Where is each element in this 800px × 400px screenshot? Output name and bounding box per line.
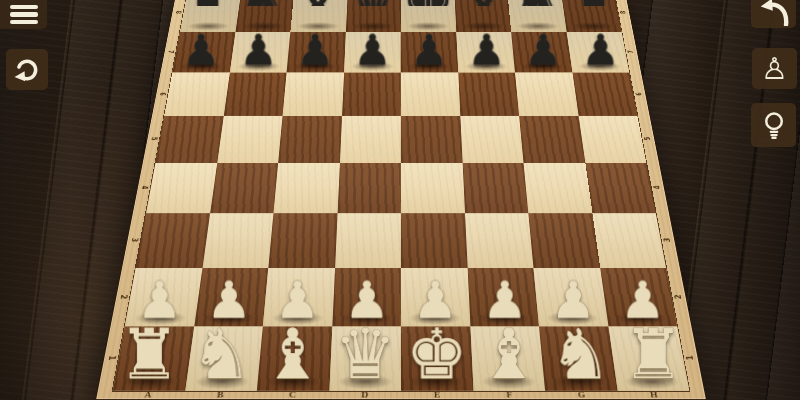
hint-button[interactable] [751,103,796,147]
piece-black-pawn[interactable]: ♟ [524,30,562,70]
piece-white-king[interactable]: ♚ [406,322,468,388]
redo-button[interactable] [751,0,796,28]
square-c7[interactable]: ♟ [287,32,346,73]
white-pawn-icon: ♙ [761,54,788,84]
square-b7[interactable]: ♟ [230,32,291,73]
rank-label-3: 3 [630,235,704,245]
rank-label-1: 1 [650,352,731,364]
rank-label-4: 4 [109,183,180,192]
square-g6[interactable] [515,72,578,116]
piece-white-knight[interactable]: ♞ [190,322,252,388]
rank-label-3: 3 [97,235,171,245]
file-labels-bottom: ABCDEFGH [111,391,691,400]
square-g3[interactable] [528,213,599,267]
file-label-f: F [473,391,546,400]
rank-label-5: 5 [614,135,683,144]
piece-black-pawn[interactable]: ♟ [296,30,334,70]
file-label-e: E [401,391,474,400]
square-g5[interactable] [519,116,585,163]
menu-button[interactable] [0,0,47,29]
square-f6[interactable] [458,72,519,116]
undo-button[interactable] [6,49,48,90]
light-bulb-icon [759,109,789,141]
square-c5[interactable] [278,116,342,163]
chess-board[interactable]: 87654321 87654321 ABCDEFGH ♜♞♝♛♚♝♞♜♟♟♟♟♟… [95,0,707,400]
square-e6[interactable] [401,72,460,116]
piece-black-pawn[interactable]: ♟ [467,30,505,70]
file-label-h: H [617,391,691,400]
square-e1[interactable]: ♚ [401,327,473,391]
square-b4[interactable] [210,163,278,213]
rank-label-7: 7 [138,48,202,56]
rank-label-7: 7 [599,48,663,56]
square-f3[interactable] [465,213,534,267]
square-b1[interactable]: ♞ [185,327,263,391]
hamburger-icon [10,5,38,25]
square-e5[interactable] [401,116,462,163]
square-d6[interactable] [342,72,401,116]
rank-label-4: 4 [622,183,693,192]
square-d7[interactable]: ♟ [344,32,401,73]
rank-label-6: 6 [606,90,672,98]
square-f5[interactable] [460,116,524,163]
file-label-a: A [111,391,185,400]
square-e7[interactable]: ♟ [401,32,458,73]
file-label-g: G [545,391,618,400]
piece-black-pawn[interactable]: ♟ [239,30,277,70]
square-b3[interactable] [202,213,273,267]
square-d3[interactable] [335,213,401,267]
rank-label-2: 2 [85,291,162,302]
square-g1[interactable]: ♞ [539,327,617,391]
piece-black-pawn[interactable]: ♟ [410,30,448,70]
square-f4[interactable] [462,163,528,213]
file-label-b: B [183,391,256,400]
piece-white-queen[interactable]: ♛ [334,322,396,388]
square-g7[interactable]: ♟ [511,32,572,73]
square-f1[interactable]: ♝ [470,327,545,391]
square-e4[interactable] [401,163,465,213]
rank-label-8: 8 [147,9,209,16]
board-scene: 87654321 87654321 ABCDEFGH ♜♞♝♛♚♝♞♜♟♟♟♟♟… [95,0,705,398]
piece-black-pawn[interactable]: ♟ [353,30,391,70]
square-e3[interactable] [401,213,467,267]
square-d4[interactable] [337,163,401,213]
square-c4[interactable] [273,163,339,213]
piece-white-knight[interactable]: ♞ [550,322,612,388]
rotate-ccw-arrow-icon [11,54,43,86]
piece-white-bishop[interactable]: ♝ [478,322,540,388]
square-c1[interactable]: ♝ [257,327,332,391]
square-d1[interactable]: ♛ [329,327,401,391]
chess-app-screen: 87654321 87654321 ABCDEFGH ♜♞♝♛♚♝♞♜♟♟♟♟♟… [0,0,800,400]
square-g4[interactable] [524,163,592,213]
rank-label-8: 8 [593,9,655,16]
square-b6[interactable] [223,72,286,116]
rank-label-1: 1 [71,352,152,364]
pieces-button[interactable]: ♙ [752,48,797,89]
board-grid: ♜♞♝♛♚♝♞♜♟♟♟♟♟♟♟♟♟♟♟♟♟♟♟♟♜♞♝♛♚♝♞♜ [113,0,690,391]
piece-white-bishop[interactable]: ♝ [262,322,324,388]
file-label-c: C [256,391,329,400]
square-f7[interactable]: ♟ [456,32,515,73]
square-c3[interactable] [268,213,337,267]
square-c6[interactable] [283,72,344,116]
square-d5[interactable] [340,116,401,163]
rank-label-5: 5 [119,135,188,144]
rank-label-6: 6 [129,90,195,98]
curved-undo-arrow-icon [756,0,792,26]
square-b5[interactable] [217,116,283,163]
rank-label-2: 2 [640,291,717,302]
file-label-d: D [328,391,401,400]
